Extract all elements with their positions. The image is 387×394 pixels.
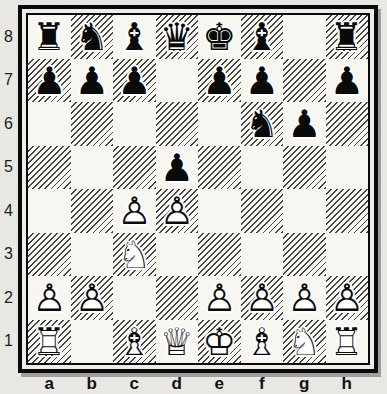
rank-label-8: 8 <box>0 15 17 59</box>
piece-black-pawn: ♟♟ <box>113 59 156 103</box>
piece-black-bishop: ♝♝ <box>113 15 156 59</box>
square-b1[interactable] <box>71 320 114 364</box>
piece-glyph: ♟ <box>241 59 284 103</box>
piece-glyph: ♙ <box>71 276 114 320</box>
piece-white-knight: ♞♘ <box>113 233 156 277</box>
rank-labels: 87654321 <box>0 15 17 363</box>
square-d8[interactable]: ♛♛ <box>156 15 199 59</box>
square-e2[interactable]: ♟♙ <box>198 276 241 320</box>
file-labels: abcdefgh <box>28 374 368 394</box>
piece-glyph: ♖ <box>28 320 71 364</box>
piece-glyph: ♚ <box>198 15 241 59</box>
piece-glyph: ♕ <box>156 320 199 364</box>
file-label-f: f <box>241 374 284 394</box>
square-e6[interactable] <box>198 102 241 146</box>
square-b3[interactable] <box>71 233 114 277</box>
square-c2[interactable] <box>113 276 156 320</box>
piece-white-bishop: ♝♗ <box>113 320 156 364</box>
piece-glyph: ♙ <box>28 276 71 320</box>
chess-diagram: 87654321 ♜♜♞♞♝♝♛♛♚♚♝♝♜♜♟♟♟♟♟♟♟♟♟♟♟♟♞♞♟♟♟… <box>0 0 387 394</box>
file-label-g: g <box>283 374 326 394</box>
square-e7[interactable]: ♟♟ <box>198 59 241 103</box>
piece-black-pawn: ♟♟ <box>156 146 199 190</box>
square-b2[interactable]: ♟♙ <box>71 276 114 320</box>
square-b6[interactable] <box>71 102 114 146</box>
file-label-a: a <box>28 374 71 394</box>
square-b7[interactable]: ♟♟ <box>71 59 114 103</box>
square-g8[interactable] <box>283 15 326 59</box>
square-f8[interactable]: ♝♝ <box>241 15 284 59</box>
file-label-c: c <box>113 374 156 394</box>
piece-glyph: ♟ <box>28 59 71 103</box>
square-g5[interactable] <box>283 146 326 190</box>
piece-black-pawn: ♟♟ <box>241 59 284 103</box>
square-c6[interactable] <box>113 102 156 146</box>
square-a2[interactable]: ♟♙ <box>28 276 71 320</box>
square-f3[interactable] <box>241 233 284 277</box>
square-h2[interactable]: ♟♙ <box>326 276 369 320</box>
piece-white-pawn: ♟♙ <box>283 276 326 320</box>
piece-glyph: ♗ <box>241 320 284 364</box>
piece-white-bishop: ♝♗ <box>241 320 284 364</box>
square-f6[interactable]: ♞♞ <box>241 102 284 146</box>
square-a3[interactable] <box>28 233 71 277</box>
piece-white-pawn: ♟♙ <box>326 276 369 320</box>
piece-glyph: ♙ <box>156 189 199 233</box>
square-d2[interactable] <box>156 276 199 320</box>
piece-glyph: ♛ <box>156 15 199 59</box>
piece-glyph: ♘ <box>113 233 156 277</box>
square-f4[interactable] <box>241 189 284 233</box>
square-g1[interactable]: ♞♘ <box>283 320 326 364</box>
rank-label-5: 5 <box>0 146 17 190</box>
square-e3[interactable] <box>198 233 241 277</box>
piece-glyph: ♟ <box>71 59 114 103</box>
square-d7[interactable] <box>156 59 199 103</box>
piece-white-pawn: ♟♙ <box>241 276 284 320</box>
piece-white-knight: ♞♘ <box>283 320 326 364</box>
piece-glyph: ♞ <box>241 102 284 146</box>
piece-glyph: ♜ <box>28 15 71 59</box>
piece-white-pawn: ♟♙ <box>113 189 156 233</box>
piece-black-pawn: ♟♟ <box>198 59 241 103</box>
square-h8[interactable]: ♜♜ <box>326 15 369 59</box>
square-f2[interactable]: ♟♙ <box>241 276 284 320</box>
piece-glyph: ♖ <box>326 320 369 364</box>
square-d4[interactable]: ♟♙ <box>156 189 199 233</box>
file-label-d: d <box>156 374 199 394</box>
file-label-h: h <box>326 374 369 394</box>
piece-black-king: ♚♚ <box>198 15 241 59</box>
piece-white-pawn: ♟♙ <box>28 276 71 320</box>
square-e4[interactable] <box>198 189 241 233</box>
square-g6[interactable]: ♟♟ <box>283 102 326 146</box>
piece-glyph: ♟ <box>198 59 241 103</box>
file-label-e: e <box>198 374 241 394</box>
square-h1[interactable]: ♜♖ <box>326 320 369 364</box>
board-frame: ♜♜♞♞♝♝♛♛♚♚♝♝♜♜♟♟♟♟♟♟♟♟♟♟♟♟♞♞♟♟♟♟♟♙♟♙♞♘♟♙… <box>18 5 378 373</box>
rank-label-6: 6 <box>0 102 17 146</box>
piece-white-pawn: ♟♙ <box>156 189 199 233</box>
piece-white-queen: ♛♕ <box>156 320 199 364</box>
rank-label-1: 1 <box>0 320 17 364</box>
piece-black-rook: ♜♜ <box>326 15 369 59</box>
piece-black-pawn: ♟♟ <box>326 59 369 103</box>
piece-black-knight: ♞♞ <box>71 15 114 59</box>
square-a6[interactable] <box>28 102 71 146</box>
rank-label-2: 2 <box>0 276 17 320</box>
piece-black-rook: ♜♜ <box>28 15 71 59</box>
square-g4[interactable] <box>283 189 326 233</box>
square-f7[interactable]: ♟♟ <box>241 59 284 103</box>
board-inner-border: ♜♜♞♞♝♝♛♛♚♚♝♝♜♜♟♟♟♟♟♟♟♟♟♟♟♟♞♞♟♟♟♟♟♙♟♙♞♘♟♙… <box>26 13 370 365</box>
square-a4[interactable] <box>28 189 71 233</box>
square-e8[interactable]: ♚♚ <box>198 15 241 59</box>
file-label-b: b <box>71 374 114 394</box>
square-a8[interactable]: ♜♜ <box>28 15 71 59</box>
piece-glyph: ♟ <box>113 59 156 103</box>
square-c7[interactable]: ♟♟ <box>113 59 156 103</box>
piece-glyph: ♞ <box>71 15 114 59</box>
rank-label-4: 4 <box>0 189 17 233</box>
square-b5[interactable] <box>71 146 114 190</box>
piece-black-pawn: ♟♟ <box>71 59 114 103</box>
piece-glyph: ♔ <box>198 320 241 364</box>
piece-glyph: ♝ <box>113 15 156 59</box>
piece-white-pawn: ♟♙ <box>71 276 114 320</box>
piece-glyph: ♙ <box>326 276 369 320</box>
square-d1[interactable]: ♛♕ <box>156 320 199 364</box>
square-h6[interactable] <box>326 102 369 146</box>
square-h5[interactable] <box>326 146 369 190</box>
square-a7[interactable]: ♟♟ <box>28 59 71 103</box>
piece-glyph: ♟ <box>283 102 326 146</box>
rank-label-7: 7 <box>0 59 17 103</box>
piece-white-rook: ♜♖ <box>326 320 369 364</box>
piece-glyph: ♙ <box>283 276 326 320</box>
square-d3[interactable] <box>156 233 199 277</box>
square-g2[interactable]: ♟♙ <box>283 276 326 320</box>
piece-glyph: ♝ <box>241 15 284 59</box>
square-a1[interactable]: ♜♖ <box>28 320 71 364</box>
piece-black-pawn: ♟♟ <box>283 102 326 146</box>
square-f5[interactable] <box>241 146 284 190</box>
rank-label-3: 3 <box>0 233 17 277</box>
square-h4[interactable] <box>326 189 369 233</box>
square-c1[interactable]: ♝♗ <box>113 320 156 364</box>
piece-glyph: ♙ <box>241 276 284 320</box>
piece-white-rook: ♜♖ <box>28 320 71 364</box>
piece-glyph: ♜ <box>326 15 369 59</box>
square-c5[interactable] <box>113 146 156 190</box>
square-a5[interactable] <box>28 146 71 190</box>
square-h3[interactable] <box>326 233 369 277</box>
piece-black-knight: ♞♞ <box>241 102 284 146</box>
square-c4[interactable]: ♟♙ <box>113 189 156 233</box>
square-d5[interactable]: ♟♟ <box>156 146 199 190</box>
piece-black-queen: ♛♛ <box>156 15 199 59</box>
square-c8[interactable]: ♝♝ <box>113 15 156 59</box>
piece-white-king: ♚♔ <box>198 320 241 364</box>
square-c3[interactable]: ♞♘ <box>113 233 156 277</box>
piece-glyph: ♙ <box>113 189 156 233</box>
piece-white-pawn: ♟♙ <box>198 276 241 320</box>
piece-black-bishop: ♝♝ <box>241 15 284 59</box>
piece-glyph: ♗ <box>113 320 156 364</box>
square-e5[interactable] <box>198 146 241 190</box>
square-g7[interactable] <box>283 59 326 103</box>
piece-black-pawn: ♟♟ <box>28 59 71 103</box>
piece-glyph: ♙ <box>198 276 241 320</box>
square-h7[interactable]: ♟♟ <box>326 59 369 103</box>
piece-glyph: ♟ <box>156 146 199 190</box>
square-f1[interactable]: ♝♗ <box>241 320 284 364</box>
square-b8[interactable]: ♞♞ <box>71 15 114 59</box>
square-b4[interactable] <box>71 189 114 233</box>
square-d6[interactable] <box>156 102 199 146</box>
chess-board: ♜♜♞♞♝♝♛♛♚♚♝♝♜♜♟♟♟♟♟♟♟♟♟♟♟♟♞♞♟♟♟♟♟♙♟♙♞♘♟♙… <box>28 15 368 363</box>
square-e1[interactable]: ♚♔ <box>198 320 241 364</box>
piece-glyph: ♟ <box>326 59 369 103</box>
square-g3[interactable] <box>283 233 326 277</box>
piece-glyph: ♘ <box>283 320 326 364</box>
